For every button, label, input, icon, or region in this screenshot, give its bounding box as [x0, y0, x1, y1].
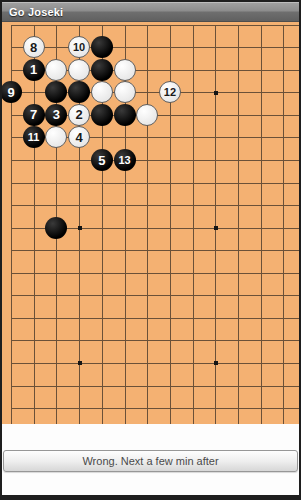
grid-line-vertical — [34, 25, 35, 424]
grid-line-horizontal — [11, 205, 299, 206]
move-number-label: 12 — [164, 87, 176, 98]
stone-black — [45, 81, 67, 103]
app-title: Go Joseki — [2, 6, 63, 18]
star-point — [214, 361, 218, 365]
grid-line-horizontal — [11, 363, 299, 364]
stone-black: 11 — [23, 126, 45, 148]
stone-white — [45, 59, 67, 81]
move-number-label: 4 — [75, 131, 82, 144]
grid-line-vertical — [261, 25, 262, 424]
star-point — [214, 226, 218, 230]
stone-white — [91, 81, 113, 103]
stone-white — [136, 104, 158, 126]
stone-black — [91, 104, 113, 126]
grid-line-horizontal — [11, 340, 299, 341]
stone-white: 4 — [68, 126, 90, 148]
stone-black — [114, 104, 136, 126]
stone-black: 1 — [23, 59, 45, 81]
stone-white — [114, 59, 136, 81]
grid-line-horizontal — [11, 273, 299, 274]
stone-black: 3 — [45, 104, 67, 126]
grid-line-horizontal — [11, 408, 299, 409]
title-bar: Go Joseki — [2, 2, 299, 22]
star-point — [78, 226, 82, 230]
stone-white — [68, 59, 90, 81]
stone-black: 9 — [2, 81, 22, 103]
stone-black — [91, 59, 113, 81]
app-window: Go Joseki 8101912732114513 Refer Check W… — [0, 0, 301, 500]
grid-line-vertical — [147, 25, 148, 424]
grid-line-horizontal — [11, 160, 299, 161]
stone-black — [68, 81, 90, 103]
stone-black: 7 — [23, 104, 45, 126]
star-point — [214, 91, 218, 95]
move-number-label: 11 — [28, 132, 40, 143]
stone-black — [45, 217, 67, 239]
grid-line-horizontal — [11, 318, 299, 319]
grid-line-horizontal — [11, 47, 299, 48]
move-number-label: 7 — [30, 108, 37, 121]
grid-line-horizontal — [11, 25, 299, 26]
status-button[interactable]: Wrong. Next a few min after — [3, 450, 298, 472]
move-number-label: 1 — [30, 63, 37, 76]
move-number-label: 2 — [75, 108, 82, 121]
grid-line-horizontal — [11, 295, 299, 296]
grid-line-vertical — [283, 25, 284, 424]
move-number-label: 9 — [7, 86, 14, 99]
grid-line-horizontal — [11, 250, 299, 251]
stone-white — [114, 81, 136, 103]
stone-black: 13 — [114, 149, 136, 171]
grid-line-vertical — [193, 25, 194, 424]
stone-white: 8 — [23, 36, 45, 58]
move-number-label: 5 — [98, 154, 105, 167]
toolbar: Refer Check — [2, 424, 299, 450]
grid-line-vertical — [238, 25, 239, 424]
stone-black: 5 — [91, 149, 113, 171]
stone-white: 10 — [68, 36, 90, 58]
go-board[interactable]: 8101912732114513 — [2, 22, 299, 424]
star-point — [78, 361, 82, 365]
move-number-label: 8 — [30, 41, 37, 54]
stone-black — [91, 36, 113, 58]
stone-white: 12 — [159, 81, 181, 103]
grid-line-horizontal — [11, 183, 299, 184]
move-number-label: 3 — [53, 108, 60, 121]
move-number-label: 13 — [118, 155, 130, 166]
stone-white — [45, 126, 67, 148]
grid-line-horizontal — [11, 386, 299, 387]
move-number-label: 10 — [73, 42, 85, 53]
stone-white: 2 — [68, 104, 90, 126]
